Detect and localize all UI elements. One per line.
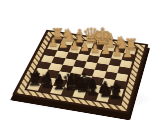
piece-white-pawn[interactable]: ♟ [122, 48, 133, 60]
piece-black-king[interactable]: ♚ [73, 71, 85, 96]
piece-white-pawn[interactable]: ♟ [90, 43, 101, 55]
square-b3[interactable] [55, 50, 68, 58]
board-grid: ♜♞♝♛♚♝♞♜♟♟♟♟♟♟♟♟♟♟♟♟♟♟♟♟♜♞♝♛♚♝♞♜ [27, 37, 136, 105]
product-photo: ♜♞♝♛♚♝♞♜♟♟♟♟♟♟♟♟♟♟♟♟♟♟♟♟♜♞♝♛♚♝♞♜ [0, 0, 166, 120]
piece-black-knight[interactable]: ♞ [39, 72, 51, 91]
square-h3[interactable] [119, 60, 132, 68]
piece-white-pawn[interactable]: ♟ [111, 46, 122, 58]
piece-white-pawn[interactable]: ♟ [100, 44, 111, 56]
piece-black-bishop[interactable]: ♝ [84, 78, 96, 98]
board-inner-frame: ♜♞♝♛♚♝♞♜♟♟♟♟♟♟♟♟♟♟♟♟♟♟♟♟♜♞♝♛♚♝♞♜ [24, 35, 138, 106]
piece-black-rook[interactable]: ♜ [108, 85, 120, 102]
chess-board: ♜♞♝♛♚♝♞♜♟♟♟♟♟♟♟♟♟♟♟♟♟♟♟♟♜♞♝♛♚♝♞♜ [12, 30, 148, 114]
piece-white-pawn[interactable]: ♟ [58, 38, 69, 50]
piece-black-knight[interactable]: ♞ [96, 81, 108, 100]
square-h2[interactable]: ♟ [122, 53, 135, 61]
square-g3[interactable] [108, 58, 121, 66]
piece-black-queen[interactable]: ♛ [61, 71, 73, 94]
piece-black-bishop[interactable]: ♝ [50, 72, 62, 92]
square-h8[interactable]: ♜ [107, 95, 121, 105]
piece-white-pawn[interactable]: ♟ [48, 37, 59, 48]
piece-white-pawn[interactable]: ♟ [68, 40, 79, 52]
piece-white-pawn[interactable]: ♟ [79, 41, 90, 53]
